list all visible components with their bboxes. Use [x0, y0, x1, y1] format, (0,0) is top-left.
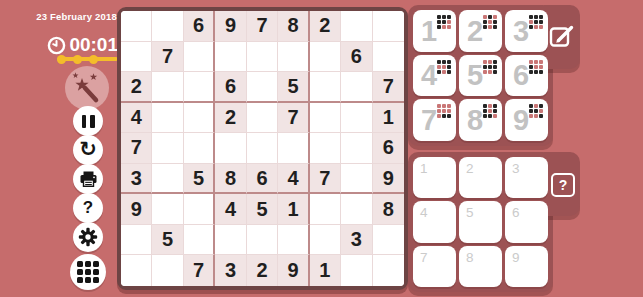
sudoku-cell-r3c7[interactable] [310, 72, 341, 103]
note-button-4[interactable]: 4 [413, 201, 456, 242]
digit-placement-minigrid [529, 60, 543, 74]
sudoku-cell-r9c8[interactable] [341, 255, 372, 286]
digit-label: 4 [421, 61, 437, 90]
sudoku-cell-r4c4[interactable]: 2 [215, 103, 246, 134]
sudoku-cell-r5c9[interactable]: 6 [373, 133, 404, 164]
sudoku-cell-r2c9[interactable] [373, 42, 404, 73]
sudoku-cell-r7c5[interactable]: 5 [247, 194, 278, 225]
sudoku-cell-r4c9[interactable]: 1 [373, 103, 404, 134]
sudoku-cell-r1c1[interactable] [121, 11, 152, 42]
sudoku-cell-r9c9[interactable] [373, 255, 404, 286]
note-label: 4 [420, 205, 428, 220]
progress-track [57, 57, 118, 61]
sudoku-cell-r6c4[interactable]: 8 [215, 164, 246, 195]
sudoku-cell-r3c6[interactable]: 5 [278, 72, 309, 103]
digit-placement-minigrid [437, 15, 451, 29]
note-label: 7 [420, 250, 428, 265]
sudoku-cell-r4c2[interactable] [152, 103, 183, 134]
clock-icon [47, 36, 66, 55]
pause-button[interactable] [73, 106, 103, 136]
sudoku-cell-r5c3[interactable] [184, 133, 215, 164]
restart-icon: ↻ [79, 137, 97, 161]
sudoku-cell-r7c6[interactable]: 1 [278, 194, 309, 225]
sudoku-cell-r1c6[interactable]: 8 [278, 11, 309, 42]
digit-placement-minigrid [437, 60, 451, 74]
sudoku-cell-r7c9[interactable]: 8 [373, 194, 404, 225]
digit-button-1[interactable]: 1 [413, 10, 456, 52]
digit-button-4[interactable]: 4 [413, 55, 456, 97]
question-mark-icon: ? [83, 198, 93, 218]
sudoku-cell-r6c5[interactable]: 6 [247, 164, 278, 195]
note-label: 2 [466, 161, 474, 176]
settings-button[interactable] [73, 222, 103, 252]
sudoku-cell-r8c6[interactable] [278, 225, 309, 256]
sudoku-cell-r2c8[interactable]: 6 [341, 42, 372, 73]
sudoku-cell-r1c2[interactable] [152, 11, 183, 42]
sudoku-cell-r4c5[interactable] [247, 103, 278, 134]
progress-marker [73, 55, 82, 64]
question-mark-icon: ? [559, 177, 568, 193]
sudoku-cell-r1c5[interactable]: 7 [247, 11, 278, 42]
sudoku-cell-r3c9[interactable]: 7 [373, 72, 404, 103]
note-button-9[interactable]: 9 [505, 246, 548, 287]
note-button-2[interactable]: 2 [459, 157, 502, 198]
sudoku-cell-r3c2[interactable] [152, 72, 183, 103]
sudoku-cell-r9c3[interactable]: 7 [184, 255, 215, 286]
sudoku-cell-r8c9[interactable] [373, 225, 404, 256]
sudoku-cell-r7c7[interactable] [310, 194, 341, 225]
sudoku-cell-r2c7[interactable] [310, 42, 341, 73]
number-pad-button[interactable] [70, 254, 106, 290]
sudoku-cell-r5c4[interactable] [215, 133, 246, 164]
restart-button[interactable]: ↻ [73, 135, 103, 165]
sudoku-cell-r9c7[interactable]: 1 [310, 255, 341, 286]
digit-button-9[interactable]: 9 [505, 99, 548, 141]
digit-button-3[interactable]: 3 [505, 10, 548, 52]
sudoku-cell-r4c6[interactable]: 7 [278, 103, 309, 134]
sudoku-cell-r6c2[interactable] [152, 164, 183, 195]
sudoku-cell-r2c1[interactable] [121, 42, 152, 73]
pencil-edit-button[interactable] [549, 21, 576, 48]
sudoku-cell-r3c4[interactable]: 6 [215, 72, 246, 103]
digit-button-8[interactable]: 8 [459, 99, 502, 141]
digit-label: 1 [421, 16, 437, 45]
timer-value: 00:01 [69, 34, 118, 56]
note-button-3[interactable]: 3 [505, 157, 548, 198]
magic-wand-icon [65, 66, 109, 110]
digit-placement-minigrid [483, 104, 497, 118]
sudoku-cell-r3c8[interactable] [341, 72, 372, 103]
sudoku-cell-r8c2[interactable]: 5 [152, 225, 183, 256]
digit-button-7[interactable]: 7 [413, 99, 456, 141]
note-label: 3 [512, 161, 520, 176]
sudoku-cell-r8c7[interactable] [310, 225, 341, 256]
digit-label: 8 [467, 106, 483, 135]
sudoku-cell-r4c7[interactable] [310, 103, 341, 134]
grid-icon [77, 261, 99, 283]
note-label: 6 [512, 205, 520, 220]
digit-label: 3 [513, 16, 529, 45]
sudoku-cell-r9c2[interactable] [152, 255, 183, 286]
sudoku-cell-r5c1[interactable]: 7 [121, 133, 152, 164]
digit-label: 9 [513, 106, 529, 135]
sudoku-cell-r8c5[interactable] [247, 225, 278, 256]
hint-button[interactable]: ? [551, 173, 575, 197]
progress-marker [89, 55, 98, 64]
sudoku-cell-r5c6[interactable] [278, 133, 309, 164]
digit-placement-minigrid [529, 15, 543, 29]
sudoku-cell-r2c6[interactable] [278, 42, 309, 73]
digit-label: 5 [467, 61, 483, 90]
sudoku-cell-r4c3[interactable] [184, 103, 215, 134]
pencil-icon [549, 21, 576, 48]
sudoku-cell-r1c7[interactable]: 2 [310, 11, 341, 42]
sudoku-cell-r5c5[interactable] [247, 133, 278, 164]
digit-placement-minigrid [437, 104, 451, 118]
sudoku-cell-r7c2[interactable] [152, 194, 183, 225]
digit-placement-minigrid [483, 60, 497, 74]
note-label: 5 [466, 205, 474, 220]
sudoku-cell-r2c2[interactable]: 7 [152, 42, 183, 73]
digit-label: 6 [513, 61, 529, 90]
digit-button-5[interactable]: 5 [459, 55, 502, 97]
sudoku-cell-r6c3[interactable]: 5 [184, 164, 215, 195]
sudoku-cell-r4c8[interactable] [341, 103, 372, 134]
sudoku-cell-r9c5[interactable]: 2 [247, 255, 278, 286]
note-label: 9 [512, 250, 520, 265]
sudoku-cell-r8c1[interactable] [121, 225, 152, 256]
sudoku-board-grid: 697827626574271763586479945185373291 [121, 11, 404, 286]
note-button-7[interactable]: 7 [413, 246, 456, 287]
digit-label: 7 [421, 106, 437, 135]
sudoku-cell-r8c4[interactable] [215, 225, 246, 256]
sudoku-cell-r7c3[interactable] [184, 194, 215, 225]
note-button-8[interactable]: 8 [459, 246, 502, 287]
digit-button-6[interactable]: 6 [505, 55, 548, 97]
sudoku-cell-r3c1[interactable]: 2 [121, 72, 152, 103]
sudoku-cell-r5c2[interactable] [152, 133, 183, 164]
magic-wand-button[interactable] [65, 66, 109, 110]
sudoku-cell-r6c7[interactable]: 7 [310, 164, 341, 195]
note-label: 1 [420, 161, 428, 176]
sudoku-cell-r1c9[interactable] [373, 11, 404, 42]
note-button-1[interactable]: 1 [413, 157, 456, 198]
sudoku-cell-r1c4[interactable]: 9 [215, 11, 246, 42]
sudoku-cell-r7c8[interactable] [341, 194, 372, 225]
sudoku-cell-r8c3[interactable] [184, 225, 215, 256]
sudoku-cell-r9c1[interactable] [121, 255, 152, 286]
sudoku-cell-r9c4[interactable]: 3 [215, 255, 246, 286]
digit-label: 2 [467, 16, 483, 45]
sudoku-cell-r9c6[interactable]: 9 [278, 255, 309, 286]
sudoku-cell-r8c8[interactable]: 3 [341, 225, 372, 256]
sudoku-cell-r2c3[interactable] [184, 42, 215, 73]
date-label: 23 February 2018 [0, 11, 117, 22]
sudoku-cell-r5c7[interactable] [310, 133, 341, 164]
note-button-6[interactable]: 6 [505, 201, 548, 242]
digit-button-2[interactable]: 2 [459, 10, 502, 52]
digit-placement-minigrid [529, 104, 543, 118]
note-label: 8 [466, 250, 474, 265]
number-pad: 123456789 [413, 10, 548, 141]
sudoku-cell-r2c5[interactable] [247, 42, 278, 73]
sudoku-cell-r6c9[interactable]: 9 [373, 164, 404, 195]
sudoku-cell-r3c5[interactable] [247, 72, 278, 103]
sudoku-cell-r6c6[interactable]: 4 [278, 164, 309, 195]
notes-pad: 123456789 [413, 157, 548, 287]
sudoku-board: 697827626574271763586479945185373291 [117, 7, 408, 290]
sudoku-cell-r7c1[interactable]: 9 [121, 194, 152, 225]
progress-marker [57, 55, 66, 64]
sudoku-cell-r4c1[interactable]: 4 [121, 103, 152, 134]
timer: 00:01 [0, 34, 118, 56]
digit-placement-minigrid [483, 15, 497, 29]
pause-icon [82, 115, 95, 128]
sudoku-cell-r1c3[interactable]: 6 [184, 11, 215, 42]
sudoku-cell-r5c8[interactable] [341, 133, 372, 164]
help-button[interactable]: ? [73, 193, 103, 223]
sudoku-cell-r7c4[interactable]: 4 [215, 194, 246, 225]
gear-icon [78, 227, 98, 247]
sudoku-cell-r2c4[interactable] [215, 42, 246, 73]
sudoku-cell-r6c1[interactable]: 3 [121, 164, 152, 195]
sudoku-cell-r1c8[interactable] [341, 11, 372, 42]
note-button-5[interactable]: 5 [459, 201, 502, 242]
printer-icon [80, 171, 97, 187]
sudoku-cell-r6c8[interactable] [341, 164, 372, 195]
print-button[interactable] [73, 164, 103, 194]
sudoku-cell-r3c3[interactable] [184, 72, 215, 103]
